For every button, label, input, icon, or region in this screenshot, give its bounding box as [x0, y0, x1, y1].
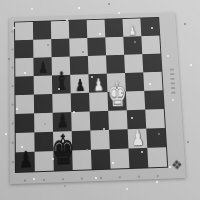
table-surface: ♟♟♝♟♟♚♟♟♟♚ ❖: [0, 0, 200, 200]
chessboard-mat: ♟♟♝♟♟♚♟♟♟♚ ❖: [9, 13, 186, 184]
square-b7[interactable]: [33, 39, 51, 58]
square-h6[interactable]: [142, 54, 161, 73]
piece-black-pawn[interactable]: ♟: [19, 149, 32, 172]
square-d6[interactable]: [70, 56, 89, 75]
piece-white-pawn[interactable]: ♟: [93, 76, 103, 92]
square-h3[interactable]: [145, 109, 165, 129]
square-h7[interactable]: [141, 36, 160, 55]
maker-logo-icon: ❖: [171, 157, 184, 172]
square-a1[interactable]: ♟: [16, 152, 35, 172]
square-e2[interactable]: [90, 130, 109, 150]
square-f7[interactable]: [105, 37, 124, 56]
square-a5[interactable]: [15, 76, 34, 95]
brand-text-illegible: [170, 69, 176, 97]
square-h1[interactable]: [147, 147, 167, 167]
square-g8[interactable]: ♟: [122, 18, 141, 36]
square-e6[interactable]: [88, 55, 107, 74]
square-b4[interactable]: [34, 94, 53, 113]
square-d5[interactable]: ♟: [70, 74, 89, 93]
square-e1[interactable]: [91, 149, 111, 169]
square-g2[interactable]: ♟: [128, 129, 148, 149]
square-e4[interactable]: [89, 92, 108, 111]
chessboard-grid: ♟♟♝♟♟♚♟♟♟♚: [15, 18, 167, 172]
square-h2[interactable]: [146, 128, 166, 148]
file-coordinate-marks: [24, 175, 160, 182]
square-d7[interactable]: [69, 38, 88, 57]
square-h8[interactable]: [140, 18, 159, 36]
square-f1[interactable]: [110, 148, 130, 168]
square-c5[interactable]: ♝: [52, 75, 71, 94]
square-b6[interactable]: ♟: [33, 57, 52, 76]
square-b5[interactable]: [34, 75, 53, 94]
square-a8[interactable]: [15, 22, 33, 40]
square-e8[interactable]: [87, 20, 106, 38]
piece-black-bishop[interactable]: ♝: [54, 69, 69, 93]
square-a7[interactable]: [15, 40, 33, 59]
square-g7[interactable]: [123, 36, 142, 55]
piece-black-pawn[interactable]: ♟: [75, 77, 85, 93]
square-g4[interactable]: [126, 91, 145, 110]
piece-white-king[interactable]: ♚: [107, 79, 127, 111]
square-g6[interactable]: [124, 54, 143, 73]
square-a3[interactable]: [16, 113, 35, 133]
piece-white-pawn[interactable]: ♟: [128, 25, 136, 37]
square-d4[interactable]: [71, 93, 90, 112]
square-h5[interactable]: [143, 72, 162, 91]
square-e7[interactable]: [87, 37, 106, 56]
square-g1[interactable]: [129, 148, 149, 168]
square-f2[interactable]: [109, 129, 129, 149]
square-d1[interactable]: [72, 150, 91, 170]
square-f6[interactable]: [106, 55, 125, 74]
square-e3[interactable]: [90, 111, 109, 131]
piece-black-pawn[interactable]: ♟: [38, 61, 47, 76]
square-b8[interactable]: [33, 21, 51, 39]
square-f4[interactable]: ♚: [107, 91, 126, 110]
square-e5[interactable]: ♟: [88, 74, 107, 93]
square-c1[interactable]: ♚: [53, 150, 72, 170]
rank-coordinate-marks: [11, 31, 14, 167]
square-g5[interactable]: [125, 72, 144, 91]
square-h4[interactable]: [144, 90, 163, 109]
piece-white-pawn[interactable]: ♟: [131, 127, 144, 148]
square-c7[interactable]: [51, 39, 70, 58]
square-a6[interactable]: [15, 58, 33, 77]
square-c8[interactable]: [51, 21, 69, 39]
square-f8[interactable]: [105, 19, 124, 37]
square-a4[interactable]: [15, 95, 34, 114]
square-d8[interactable]: [69, 20, 87, 38]
square-f3[interactable]: [108, 110, 127, 130]
photo-noise-speckles: [0, 0, 2, 2]
